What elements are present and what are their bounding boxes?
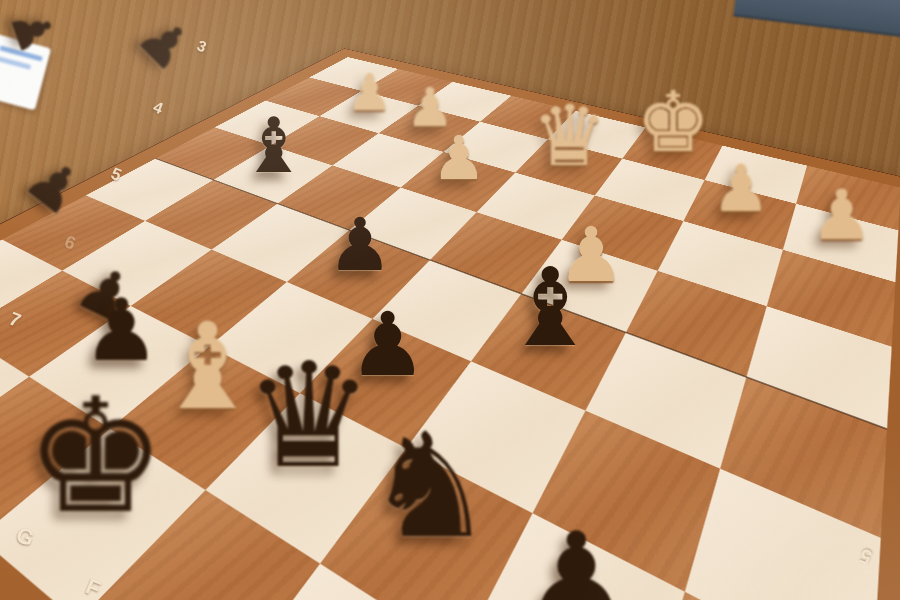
piece-white-queen-d2[interactable]: ♛	[532, 93, 607, 177]
captured-black-pawn-1[interactable]: ♟	[128, 6, 203, 81]
table-edge-top-right	[733, 0, 900, 39]
piece-white-pawn-g2[interactable]: ♟	[347, 67, 393, 118]
board-coordinate-4-label: 4	[150, 98, 165, 118]
piece-white-pawn-a2[interactable]: ♟	[811, 181, 873, 250]
piece-white-king-c1[interactable]: ♚	[636, 81, 710, 164]
piece-black-bishop-c5[interactable]: ♝	[502, 254, 599, 362]
piece-black-king-e8[interactable]: ♚	[25, 377, 167, 535]
piece-black-pawn-b7[interactable]: ♟	[521, 516, 631, 600]
captured-black-pawn-2[interactable]: ♟	[1, 1, 63, 60]
piece-black-bishop-g4[interactable]: ♝	[240, 107, 308, 183]
piece-black-queen-d7[interactable]: ♛	[244, 344, 374, 489]
photo-stage: ♟♟♟♟♟♟♛♚♝♝♟♟♝♟♚♛♞♟ 34567GF5 ♟♟♟♟	[0, 0, 900, 600]
piece-white-pawn-e3[interactable]: ♟	[432, 128, 486, 188]
piece-white-pawn-b2[interactable]: ♟	[712, 156, 770, 221]
piece-black-pawn-f7[interactable]: ♟	[83, 287, 160, 373]
piece-black-knight-c7[interactable]: ♞	[365, 413, 495, 558]
piece-black-pawn-e5[interactable]: ♟	[327, 208, 392, 281]
